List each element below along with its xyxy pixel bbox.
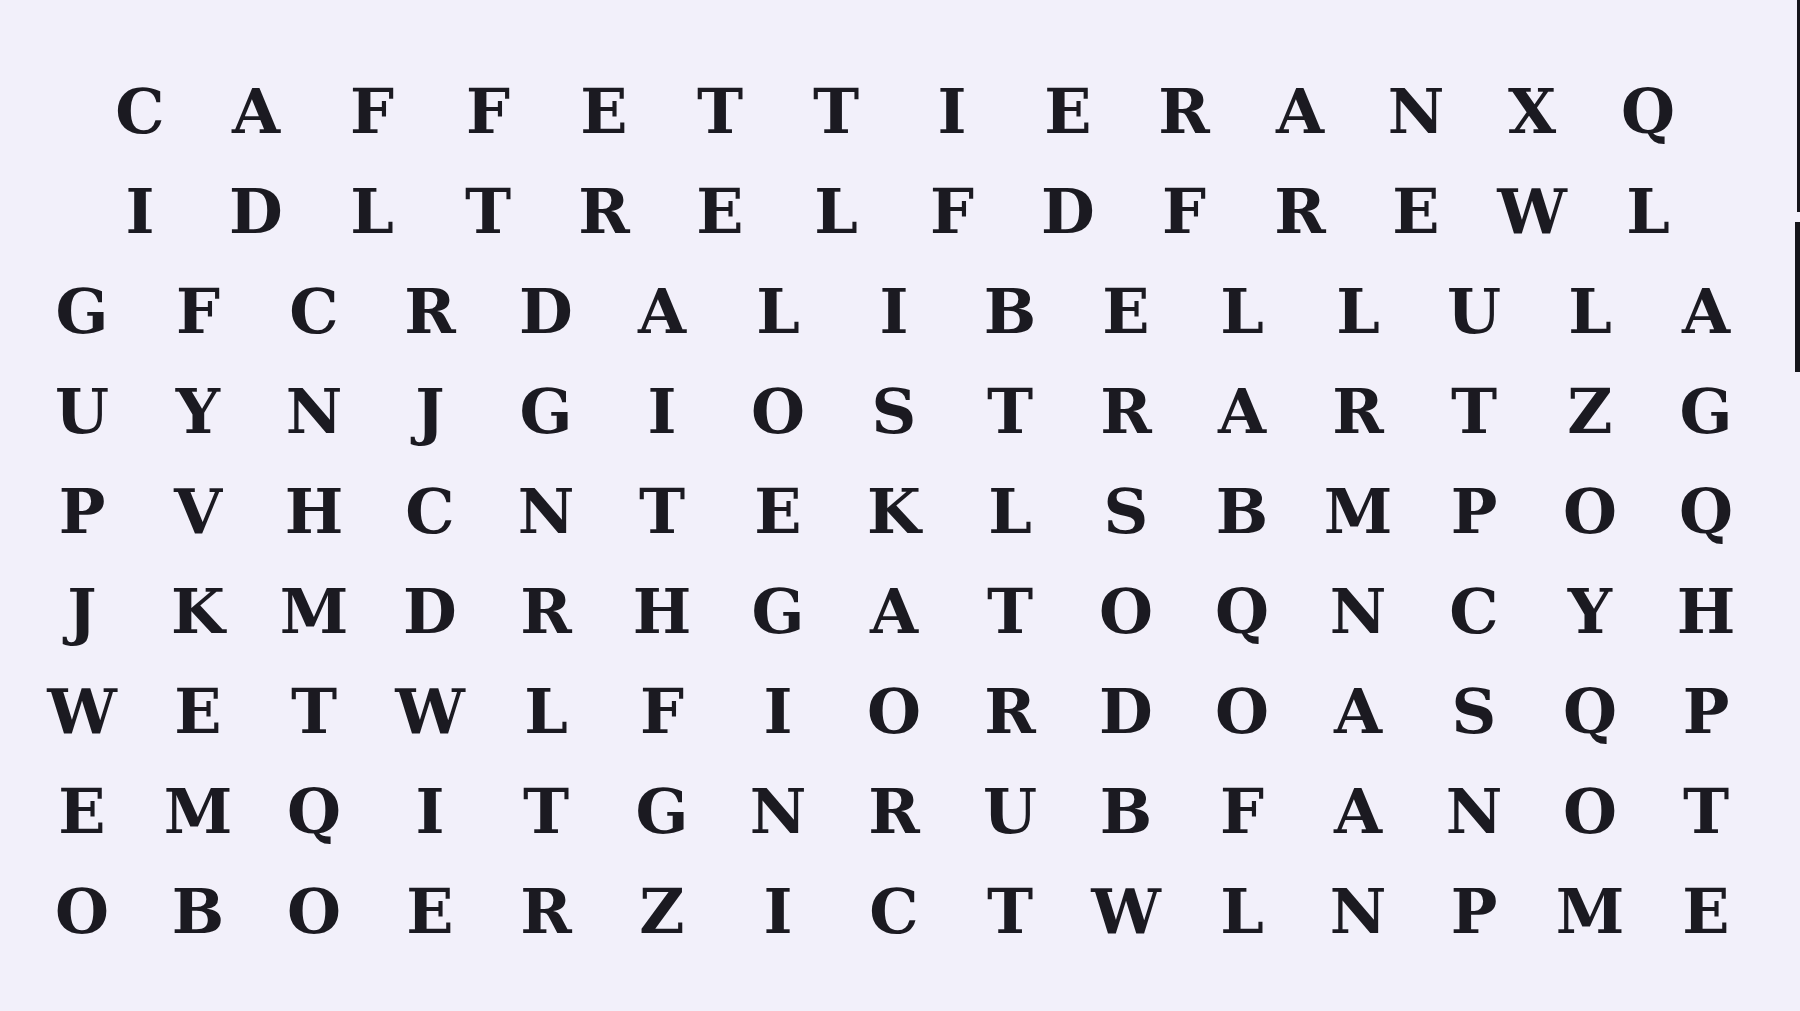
grid-cell-letter[interactable]: G: [1648, 362, 1764, 462]
grid-cell-letter[interactable]: T: [604, 462, 720, 562]
grid-cell-letter[interactable]: V: [140, 462, 256, 562]
grid-row: EMQITGNRUBFANOT: [24, 762, 1764, 862]
grid-cell-letter[interactable]: W: [24, 662, 140, 762]
grid-cell-letter[interactable]: L: [720, 262, 836, 362]
grid-cell-letter[interactable]: L: [1184, 262, 1300, 362]
grid-cell-letter[interactable]: D: [372, 562, 488, 662]
grid-cell-letter[interactable]: P: [1648, 662, 1764, 762]
grid-cell-letter[interactable]: Q: [256, 762, 372, 862]
grid-cell-letter[interactable]: L: [488, 662, 604, 762]
grid-cell-letter[interactable]: R: [546, 162, 662, 262]
grid-cell-letter[interactable]: I: [372, 762, 488, 862]
grid-row: OBOERZICTWLNPME: [24, 862, 1764, 962]
grid-cell-letter[interactable]: A: [1184, 362, 1300, 462]
grid-cell-letter[interactable]: A: [1300, 762, 1416, 862]
grid-cell-letter[interactable]: I: [720, 862, 836, 962]
grid-cell-letter[interactable]: B: [1068, 762, 1184, 862]
grid-cell-letter[interactable]: Q: [1648, 462, 1764, 562]
right-edge-scrollbar-fragment: [1795, 222, 1800, 372]
grid-cell-letter[interactable]: E: [662, 162, 778, 262]
grid-cell-letter[interactable]: R: [836, 762, 952, 862]
grid-cell-letter[interactable]: I: [894, 62, 1010, 162]
grid-cell-letter[interactable]: D: [1068, 662, 1184, 762]
grid-cell-letter[interactable]: K: [140, 562, 256, 662]
grid-cell-letter[interactable]: B: [140, 862, 256, 962]
grid-cell-letter[interactable]: T: [1416, 362, 1532, 462]
grid-cell-letter[interactable]: Q: [1590, 62, 1706, 162]
grid-cell-letter[interactable]: I: [836, 262, 952, 362]
grid-cell-letter[interactable]: X: [1474, 62, 1590, 162]
grid-cell-letter[interactable]: E: [1010, 62, 1126, 162]
grid-cell-letter[interactable]: F: [1184, 762, 1300, 862]
grid-cell-letter[interactable]: H: [1648, 562, 1764, 662]
grid-cell-letter[interactable]: U: [952, 762, 1068, 862]
grid-cell-letter[interactable]: I: [604, 362, 720, 462]
grid-cell-letter[interactable]: C: [1416, 562, 1532, 662]
grid-cell-letter[interactable]: E: [720, 462, 836, 562]
grid-cell-letter[interactable]: A: [1648, 262, 1764, 362]
grid-row: JKMDRHGATOQNCYH: [24, 562, 1764, 662]
grid-cell-letter[interactable]: A: [836, 562, 952, 662]
grid-cell-letter[interactable]: A: [1242, 62, 1358, 162]
grid-cell-letter[interactable]: L: [952, 462, 1068, 562]
grid-cell-letter[interactable]: L: [1532, 262, 1648, 362]
grid-cell-letter[interactable]: S: [836, 362, 952, 462]
grid-cell-letter[interactable]: U: [1416, 262, 1532, 362]
grid-cell-letter[interactable]: E: [1358, 162, 1474, 262]
grid-cell-letter[interactable]: L: [1590, 162, 1706, 262]
grid-cell-letter[interactable]: S: [1068, 462, 1184, 562]
grid-cell-letter[interactable]: O: [720, 362, 836, 462]
grid-cell-letter[interactable]: C: [836, 862, 952, 962]
grid-cell-letter[interactable]: D: [1010, 162, 1126, 262]
grid-cell-letter[interactable]: L: [1300, 262, 1416, 362]
grid-row: PVHCNTEKLSBMPOQ: [24, 462, 1764, 562]
grid-cell-letter[interactable]: T: [952, 362, 1068, 462]
word-search-screen: CAFFETTIERANXQIDLTRELFDFREWLGFCRDALIBELL…: [0, 0, 1800, 1011]
grid-cell-letter[interactable]: C: [256, 262, 372, 362]
grid-cell-letter[interactable]: T: [952, 562, 1068, 662]
grid-cell-letter[interactable]: Q: [1532, 662, 1648, 762]
grid-cell-letter[interactable]: U: [24, 362, 140, 462]
grid-cell-letter[interactable]: Q: [1184, 562, 1300, 662]
grid-cell-letter[interactable]: O: [1184, 662, 1300, 762]
grid-cell-letter[interactable]: T: [1648, 762, 1764, 862]
grid-cell-letter[interactable]: N: [720, 762, 836, 862]
grid-cell-letter[interactable]: G: [720, 562, 836, 662]
grid-cell-letter[interactable]: N: [1300, 862, 1416, 962]
grid-cell-letter[interactable]: S: [1416, 662, 1532, 762]
grid-cell-letter[interactable]: D: [488, 262, 604, 362]
grid-cell-letter[interactable]: O: [1068, 562, 1184, 662]
grid-cell-letter[interactable]: A: [198, 62, 314, 162]
grid-cell-letter[interactable]: O: [24, 862, 140, 962]
grid-cell-letter[interactable]: T: [488, 762, 604, 862]
grid-cell-letter[interactable]: F: [604, 662, 720, 762]
grid-cell-letter[interactable]: H: [256, 462, 372, 562]
grid-cell-letter[interactable]: H: [604, 562, 720, 662]
grid-cell-letter[interactable]: R: [1242, 162, 1358, 262]
grid-cell-letter[interactable]: A: [604, 262, 720, 362]
grid-cell-letter[interactable]: R: [488, 862, 604, 962]
grid-cell-letter[interactable]: J: [24, 562, 140, 662]
grid-cell-letter[interactable]: Z: [604, 862, 720, 962]
grid-cell-letter[interactable]: R: [488, 562, 604, 662]
grid-cell-letter[interactable]: G: [604, 762, 720, 862]
grid-cell-letter[interactable]: F: [1126, 162, 1242, 262]
grid-cell-letter[interactable]: O: [1532, 462, 1648, 562]
grid-cell-letter[interactable]: E: [1068, 262, 1184, 362]
grid-cell-letter[interactable]: F: [140, 262, 256, 362]
grid-cell-letter[interactable]: G: [488, 362, 604, 462]
grid-cell-letter[interactable]: F: [314, 62, 430, 162]
grid-cell-letter[interactable]: G: [24, 262, 140, 362]
grid-cell-letter[interactable]: E: [140, 662, 256, 762]
grid-cell-letter[interactable]: N: [256, 362, 372, 462]
grid-cell-letter[interactable]: R: [372, 262, 488, 362]
grid-cell-letter[interactable]: L: [1184, 862, 1300, 962]
grid-row: UYNJGIOSTRARTZG: [24, 362, 1764, 462]
grid-cell-letter[interactable]: R: [1300, 362, 1416, 462]
grid-cell-letter[interactable]: O: [836, 662, 952, 762]
grid-cell-letter[interactable]: O: [1532, 762, 1648, 862]
grid-cell-letter[interactable]: B: [1184, 462, 1300, 562]
grid-row: WETWLFIORDOASQP: [24, 662, 1764, 762]
grid-cell-letter[interactable]: Y: [140, 362, 256, 462]
grid-cell-letter[interactable]: T: [952, 862, 1068, 962]
grid-cell-letter[interactable]: N: [1416, 762, 1532, 862]
grid-cell-letter[interactable]: E: [546, 62, 662, 162]
grid-cell-letter[interactable]: B: [952, 262, 1068, 362]
grid-row: CAFFETTIERANXQ: [24, 62, 1764, 162]
grid-cell-letter[interactable]: C: [372, 462, 488, 562]
grid-cell-letter[interactable]: C: [82, 62, 198, 162]
grid-row: GFCRDALIBELLULA: [24, 262, 1764, 362]
grid-cell-letter[interactable]: E: [24, 762, 140, 862]
grid-cell-letter[interactable]: L: [778, 162, 894, 262]
grid-cell-letter[interactable]: W: [372, 662, 488, 762]
grid-cell-letter[interactable]: A: [1300, 662, 1416, 762]
grid-cell-letter[interactable]: N: [1358, 62, 1474, 162]
grid-cell-letter[interactable]: D: [198, 162, 314, 262]
grid-cell-letter[interactable]: E: [1648, 862, 1764, 962]
grid-cell-letter[interactable]: M: [1300, 462, 1416, 562]
grid-cell-letter[interactable]: M: [140, 762, 256, 862]
grid-cell-letter[interactable]: M: [1532, 862, 1648, 962]
grid-cell-letter[interactable]: F: [430, 62, 546, 162]
grid-cell-letter[interactable]: I: [82, 162, 198, 262]
grid-cell-letter[interactable]: Y: [1532, 562, 1648, 662]
grid-cell-letter[interactable]: F: [894, 162, 1010, 262]
grid-cell-letter[interactable]: P: [1416, 462, 1532, 562]
grid-cell-letter[interactable]: T: [430, 162, 546, 262]
grid-cell-letter[interactable]: M: [256, 562, 372, 662]
grid-cell-letter[interactable]: J: [372, 362, 488, 462]
grid-row: IDLTRELFDFREWL: [24, 162, 1764, 262]
grid-cell-letter[interactable]: N: [1300, 562, 1416, 662]
grid-cell-letter[interactable]: R: [1126, 62, 1242, 162]
grid-cell-letter[interactable]: R: [952, 662, 1068, 762]
grid-cell-letter[interactable]: W: [1068, 862, 1184, 962]
grid-cell-letter[interactable]: N: [488, 462, 604, 562]
grid-cell-letter[interactable]: P: [24, 462, 140, 562]
grid-cell-letter[interactable]: K: [836, 462, 952, 562]
word-search-board: CAFFETTIERANXQIDLTRELFDFREWLGFCRDALIBELL…: [24, 62, 1764, 962]
grid-cell-letter[interactable]: T: [662, 62, 778, 162]
grid-cell-letter[interactable]: T: [256, 662, 372, 762]
grid-cell-letter[interactable]: W: [1474, 162, 1590, 262]
grid-cell-letter[interactable]: T: [778, 62, 894, 162]
grid-cell-letter[interactable]: P: [1416, 862, 1532, 962]
grid-cell-letter[interactable]: Z: [1532, 362, 1648, 462]
grid-cell-letter[interactable]: E: [372, 862, 488, 962]
grid-cell-letter[interactable]: O: [256, 862, 372, 962]
grid-cell-letter[interactable]: L: [314, 162, 430, 262]
grid-cell-letter[interactable]: I: [720, 662, 836, 762]
grid-cell-letter[interactable]: R: [1068, 362, 1184, 462]
